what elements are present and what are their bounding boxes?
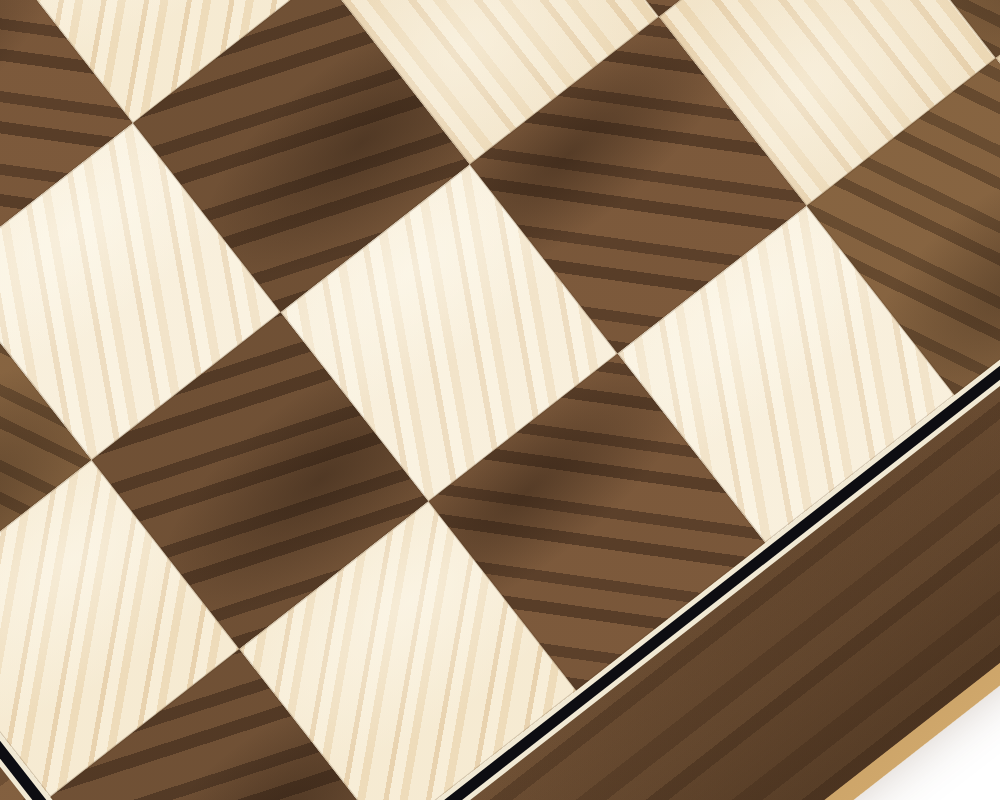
frame-inlay-white-outer — [0, 0, 1000, 800]
chess-board — [0, 0, 1000, 800]
frame-inlay-white-inner — [0, 0, 1000, 800]
board-frame-walnut — [0, 0, 1000, 800]
frame-inlay-black-line — [0, 0, 1000, 800]
playing-area-grid — [0, 0, 1000, 800]
chessboard-product-photo — [0, 0, 1000, 800]
